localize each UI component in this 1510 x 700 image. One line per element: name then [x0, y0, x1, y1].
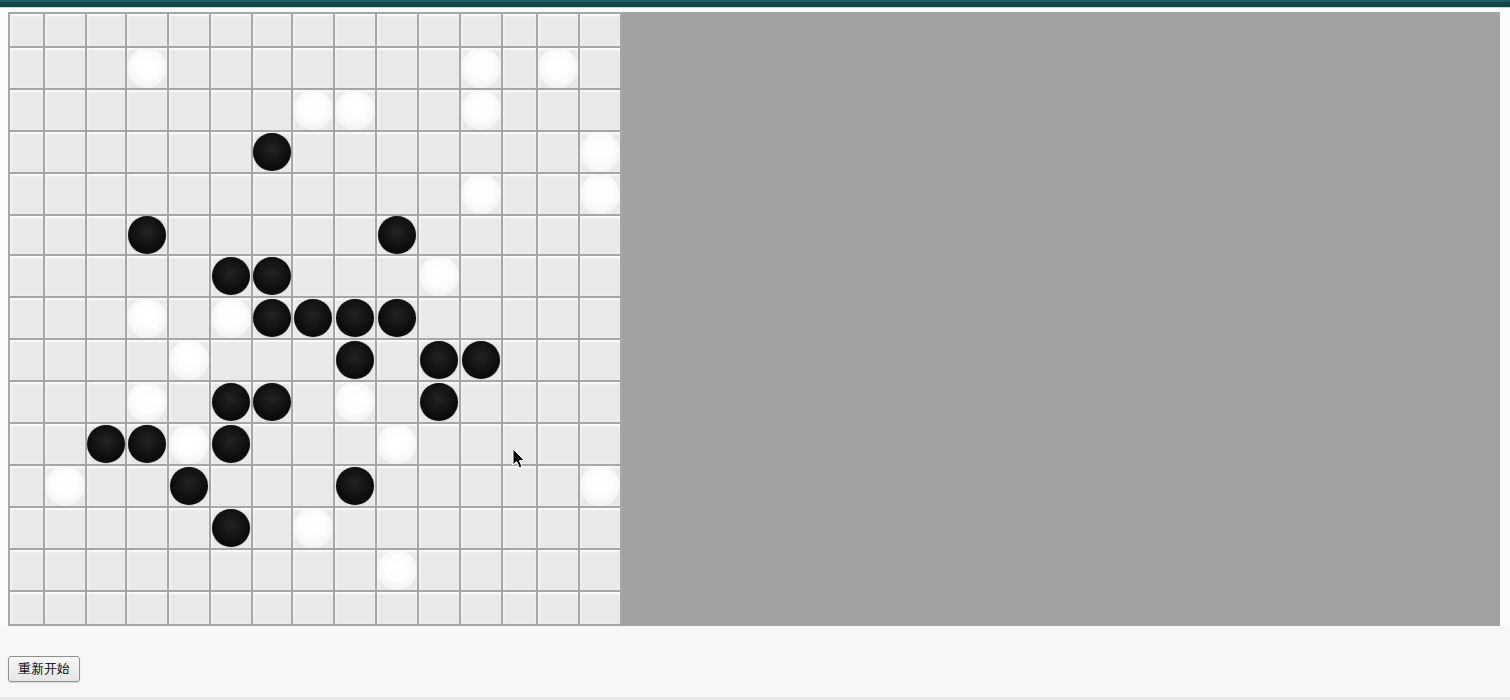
- white-stone: [580, 174, 620, 214]
- board-cell[interactable]: [9, 423, 44, 465]
- board-cell[interactable]: [537, 131, 579, 173]
- board-cell[interactable]: [537, 297, 579, 339]
- board-cell[interactable]: [168, 507, 210, 549]
- black-stone: [253, 383, 291, 421]
- black-stone: [212, 509, 250, 547]
- board-cell[interactable]: [210, 549, 252, 591]
- board-cell[interactable]: [376, 549, 418, 591]
- board-cell[interactable]: [210, 507, 252, 549]
- board-cell[interactable]: [460, 381, 502, 423]
- board-cell[interactable]: [210, 465, 252, 507]
- black-stone: [253, 299, 291, 337]
- board-cell[interactable]: [86, 339, 126, 381]
- board-cell[interactable]: [418, 549, 460, 591]
- board-cell[interactable]: [168, 339, 210, 381]
- board-cell[interactable]: [537, 423, 579, 465]
- board-cell[interactable]: [44, 381, 86, 423]
- board-cell[interactable]: [292, 423, 334, 465]
- board-cell[interactable]: [537, 255, 579, 297]
- board-cell[interactable]: [502, 255, 537, 297]
- board-cell[interactable]: [44, 255, 86, 297]
- board-cell[interactable]: [210, 173, 252, 215]
- board-cell[interactable]: [579, 591, 621, 625]
- board-cell[interactable]: [579, 215, 621, 255]
- board-cell[interactable]: [579, 297, 621, 339]
- board-cell[interactable]: [376, 297, 418, 339]
- board-cell[interactable]: [537, 549, 579, 591]
- black-stone: [212, 383, 250, 421]
- board-cell[interactable]: [44, 465, 86, 507]
- board-cell[interactable]: [292, 89, 334, 131]
- board-cell[interactable]: [460, 13, 502, 47]
- board-cell[interactable]: [9, 465, 44, 507]
- white-stone: [169, 424, 209, 464]
- board-cell[interactable]: [579, 255, 621, 297]
- board-cell[interactable]: [502, 465, 537, 507]
- board-cell[interactable]: [252, 339, 292, 381]
- board-cell[interactable]: [537, 47, 579, 89]
- board-cell[interactable]: [376, 381, 418, 423]
- white-stone: [580, 132, 620, 172]
- board-cell[interactable]: [9, 381, 44, 423]
- board-cell[interactable]: [502, 423, 537, 465]
- board-cell[interactable]: [252, 255, 292, 297]
- black-stone: [336, 299, 374, 337]
- board-cell[interactable]: [334, 297, 376, 339]
- board-cell[interactable]: [86, 13, 126, 47]
- board-cell[interactable]: [537, 507, 579, 549]
- board-cell[interactable]: [252, 549, 292, 591]
- board-cell[interactable]: [579, 507, 621, 549]
- main-content: [0, 12, 1510, 626]
- board-cell[interactable]: [502, 549, 537, 591]
- board-cell[interactable]: [168, 297, 210, 339]
- board-cell[interactable]: [418, 131, 460, 173]
- black-stone: [378, 216, 416, 254]
- board-cell[interactable]: [334, 549, 376, 591]
- board-cell[interactable]: [126, 131, 168, 173]
- board-cell[interactable]: [418, 423, 460, 465]
- board-cell[interactable]: [44, 89, 86, 131]
- board-cell[interactable]: [168, 423, 210, 465]
- board-cell[interactable]: [418, 381, 460, 423]
- board-cell[interactable]: [376, 591, 418, 625]
- board-cell[interactable]: [292, 255, 334, 297]
- board-cell[interactable]: [126, 339, 168, 381]
- board-cell[interactable]: [376, 13, 418, 47]
- board-cell[interactable]: [292, 13, 334, 47]
- board-cell[interactable]: [44, 339, 86, 381]
- black-stone: [253, 257, 291, 295]
- board-cell[interactable]: [418, 297, 460, 339]
- board-cell[interactable]: [334, 215, 376, 255]
- board-cell[interactable]: [210, 297, 252, 339]
- board-cell[interactable]: [44, 507, 86, 549]
- board-cell[interactable]: [376, 215, 418, 255]
- board-cell[interactable]: [334, 255, 376, 297]
- board-cell[interactable]: [460, 591, 502, 625]
- board-cell[interactable]: [376, 339, 418, 381]
- white-stone: [293, 90, 333, 130]
- board-cell[interactable]: [537, 591, 579, 625]
- board-cell[interactable]: [252, 89, 292, 131]
- board-cell[interactable]: [460, 47, 502, 89]
- board-cell[interactable]: [252, 131, 292, 173]
- board-cell[interactable]: [126, 591, 168, 625]
- white-stone: [377, 424, 417, 464]
- board-cell[interactable]: [168, 549, 210, 591]
- board-cell[interactable]: [210, 215, 252, 255]
- board-cell[interactable]: [334, 423, 376, 465]
- board-cell[interactable]: [334, 131, 376, 173]
- board-cell[interactable]: [86, 423, 126, 465]
- black-stone: [336, 467, 374, 505]
- board-cell[interactable]: [9, 549, 44, 591]
- board-cell[interactable]: [252, 215, 292, 255]
- board-cell[interactable]: [86, 47, 126, 89]
- board-cell[interactable]: [9, 591, 44, 625]
- board-cell[interactable]: [579, 549, 621, 591]
- board-cell[interactable]: [86, 381, 126, 423]
- board-cell[interactable]: [210, 47, 252, 89]
- white-stone: [461, 174, 501, 214]
- board-cell[interactable]: [418, 173, 460, 215]
- board-cell[interactable]: [537, 215, 579, 255]
- board-cell[interactable]: [9, 255, 44, 297]
- board-cell[interactable]: [537, 465, 579, 507]
- board-cell[interactable]: [502, 13, 537, 47]
- board-cell[interactable]: [126, 507, 168, 549]
- board-cell[interactable]: [537, 339, 579, 381]
- white-stone: [335, 382, 375, 422]
- board-cell[interactable]: [460, 297, 502, 339]
- board-cell[interactable]: [44, 591, 86, 625]
- board-cell[interactable]: [44, 173, 86, 215]
- board-cell[interactable]: [44, 215, 86, 255]
- board-cell[interactable]: [537, 89, 579, 131]
- board-cell[interactable]: [168, 381, 210, 423]
- white-stone: [461, 90, 501, 130]
- white-stone: [211, 298, 251, 338]
- board-cell[interactable]: [460, 131, 502, 173]
- white-stone: [377, 550, 417, 590]
- board-cell[interactable]: [44, 47, 86, 89]
- board-cell[interactable]: [334, 13, 376, 47]
- white-stone: [580, 466, 620, 506]
- board-cell[interactable]: [334, 173, 376, 215]
- board-cell[interactable]: [252, 591, 292, 625]
- black-stone: [378, 299, 416, 337]
- board-cell[interactable]: [252, 465, 292, 507]
- board-cell[interactable]: [460, 423, 502, 465]
- board-cell[interactable]: [44, 549, 86, 591]
- board-cell[interactable]: [210, 423, 252, 465]
- board-cell[interactable]: [86, 255, 126, 297]
- side-panel: [622, 12, 1500, 626]
- board-cell[interactable]: [9, 297, 44, 339]
- white-stone: [419, 256, 459, 296]
- board-cell[interactable]: [9, 13, 44, 47]
- board-cell[interactable]: [86, 465, 126, 507]
- board-cell[interactable]: [252, 173, 292, 215]
- black-stone: [462, 341, 500, 379]
- board-cell[interactable]: [168, 465, 210, 507]
- board-cell[interactable]: [418, 47, 460, 89]
- board-cell[interactable]: [460, 549, 502, 591]
- board-cell[interactable]: [126, 13, 168, 47]
- board-cell[interactable]: [252, 423, 292, 465]
- game-board: [8, 12, 622, 626]
- board-cell[interactable]: [579, 339, 621, 381]
- board-cell[interactable]: [376, 131, 418, 173]
- board-cell[interactable]: [292, 381, 334, 423]
- board-cell[interactable]: [334, 89, 376, 131]
- board-cell[interactable]: [579, 13, 621, 47]
- board-cell[interactable]: [292, 339, 334, 381]
- black-stone: [87, 425, 125, 463]
- board-cell[interactable]: [579, 423, 621, 465]
- white-stone: [45, 466, 85, 506]
- top-bar: [0, 0, 1510, 8]
- board-cell[interactable]: [168, 173, 210, 215]
- board-cell[interactable]: [502, 297, 537, 339]
- board-cell[interactable]: [292, 297, 334, 339]
- board-cell[interactable]: [210, 591, 252, 625]
- black-stone: [336, 341, 374, 379]
- board-cell[interactable]: [168, 215, 210, 255]
- board-cell[interactable]: [334, 339, 376, 381]
- board-cell[interactable]: [376, 507, 418, 549]
- board-cell[interactable]: [9, 89, 44, 131]
- board-cell[interactable]: [252, 13, 292, 47]
- board-cell[interactable]: [292, 131, 334, 173]
- board-cell[interactable]: [86, 591, 126, 625]
- board-cell[interactable]: [44, 13, 86, 47]
- board-cell[interactable]: [126, 297, 168, 339]
- board-cell[interactable]: [376, 255, 418, 297]
- board-cell[interactable]: [537, 173, 579, 215]
- black-stone: [420, 341, 458, 379]
- board-cell[interactable]: [86, 89, 126, 131]
- board-cell[interactable]: [460, 255, 502, 297]
- board-cell[interactable]: [418, 507, 460, 549]
- board-cell[interactable]: [86, 173, 126, 215]
- board-cell[interactable]: [86, 131, 126, 173]
- white-stone: [127, 382, 167, 422]
- board-cell[interactable]: [86, 507, 126, 549]
- board-cell[interactable]: [9, 339, 44, 381]
- board-cell[interactable]: [168, 131, 210, 173]
- black-stone: [212, 425, 250, 463]
- board-cell[interactable]: [9, 131, 44, 173]
- board-cell[interactable]: [376, 89, 418, 131]
- board-cell[interactable]: [334, 47, 376, 89]
- board-cell[interactable]: [168, 13, 210, 47]
- board-cell[interactable]: [537, 381, 579, 423]
- board-cell[interactable]: [418, 591, 460, 625]
- board-cell[interactable]: [376, 47, 418, 89]
- board-cell[interactable]: [126, 255, 168, 297]
- board-cell[interactable]: [334, 507, 376, 549]
- board-cell[interactable]: [460, 215, 502, 255]
- board-cell[interactable]: [579, 465, 621, 507]
- white-stone: [127, 298, 167, 338]
- board-cell[interactable]: [126, 465, 168, 507]
- white-stone: [127, 48, 167, 88]
- black-stone: [294, 299, 332, 337]
- board-cell[interactable]: [460, 339, 502, 381]
- board-cell[interactable]: [334, 591, 376, 625]
- board-cell[interactable]: [168, 89, 210, 131]
- white-stone: [335, 90, 375, 130]
- board-cell[interactable]: [502, 131, 537, 173]
- board-cell[interactable]: [502, 507, 537, 549]
- board-cell[interactable]: [579, 381, 621, 423]
- board-cell[interactable]: [9, 215, 44, 255]
- board-cell[interactable]: [168, 255, 210, 297]
- board-cell[interactable]: [292, 507, 334, 549]
- black-stone: [128, 216, 166, 254]
- board-cell[interactable]: [502, 339, 537, 381]
- board-cell[interactable]: [292, 465, 334, 507]
- board-cell[interactable]: [126, 47, 168, 89]
- board-cell[interactable]: [168, 591, 210, 625]
- board-cell[interactable]: [210, 339, 252, 381]
- board-cell[interactable]: [252, 381, 292, 423]
- black-stone: [253, 133, 291, 171]
- board-cell[interactable]: [44, 131, 86, 173]
- black-stone: [212, 257, 250, 295]
- white-stone: [169, 340, 209, 380]
- board-cell[interactable]: [376, 173, 418, 215]
- white-stone: [293, 508, 333, 548]
- board-cell[interactable]: [418, 13, 460, 47]
- board-cell[interactable]: [44, 423, 86, 465]
- board-cell[interactable]: [418, 339, 460, 381]
- board-cell[interactable]: [126, 215, 168, 255]
- board-cell[interactable]: [418, 465, 460, 507]
- board-cell[interactable]: [210, 131, 252, 173]
- board-cell[interactable]: [210, 89, 252, 131]
- board-cell[interactable]: [537, 13, 579, 47]
- black-stone: [420, 383, 458, 421]
- board-cell[interactable]: [418, 215, 460, 255]
- board-cell[interactable]: [579, 47, 621, 89]
- board-cell[interactable]: [86, 549, 126, 591]
- board-cell[interactable]: [292, 173, 334, 215]
- board-cell[interactable]: [292, 549, 334, 591]
- board-cell[interactable]: [86, 297, 126, 339]
- board-cell[interactable]: [126, 381, 168, 423]
- board-cell[interactable]: [292, 591, 334, 625]
- board-cell[interactable]: [334, 381, 376, 423]
- board-cell[interactable]: [210, 13, 252, 47]
- board-cell[interactable]: [376, 465, 418, 507]
- board-cell[interactable]: [252, 507, 292, 549]
- board-cell[interactable]: [334, 465, 376, 507]
- white-stone: [461, 48, 501, 88]
- board-cell[interactable]: [252, 297, 292, 339]
- board-cell[interactable]: [9, 47, 44, 89]
- board-cell[interactable]: [126, 173, 168, 215]
- board-cell[interactable]: [126, 423, 168, 465]
- board-cell[interactable]: [418, 89, 460, 131]
- board-cell[interactable]: [376, 423, 418, 465]
- board-cell[interactable]: [252, 47, 292, 89]
- bottom-bar: 重新开始: [0, 626, 1510, 700]
- board-cell[interactable]: [168, 47, 210, 89]
- board-cell[interactable]: [126, 549, 168, 591]
- board-cell[interactable]: [44, 297, 86, 339]
- board-cell[interactable]: [9, 507, 44, 549]
- board-cell[interactable]: [460, 173, 502, 215]
- board-cell[interactable]: [210, 381, 252, 423]
- board-cell[interactable]: [292, 215, 334, 255]
- board-cell[interactable]: [502, 89, 537, 131]
- board-cell[interactable]: [460, 507, 502, 549]
- board-cell[interactable]: [292, 47, 334, 89]
- board-cell[interactable]: [579, 173, 621, 215]
- black-stone: [128, 425, 166, 463]
- board-cell[interactable]: [460, 89, 502, 131]
- board-cell[interactable]: [9, 173, 44, 215]
- board-cell[interactable]: [502, 173, 537, 215]
- board-cell[interactable]: [86, 215, 126, 255]
- board-cell[interactable]: [502, 381, 537, 423]
- board-cell[interactable]: [502, 591, 537, 625]
- board-cell[interactable]: [502, 47, 537, 89]
- board-cell[interactable]: [460, 465, 502, 507]
- white-stone: [538, 48, 578, 88]
- board-cell[interactable]: [210, 255, 252, 297]
- board-cell[interactable]: [418, 255, 460, 297]
- board-cell[interactable]: [579, 89, 621, 131]
- black-stone: [170, 467, 208, 505]
- restart-button[interactable]: 重新开始: [8, 656, 80, 682]
- board-cell[interactable]: [126, 89, 168, 131]
- board-cell[interactable]: [502, 215, 537, 255]
- board-cell[interactable]: [579, 131, 621, 173]
